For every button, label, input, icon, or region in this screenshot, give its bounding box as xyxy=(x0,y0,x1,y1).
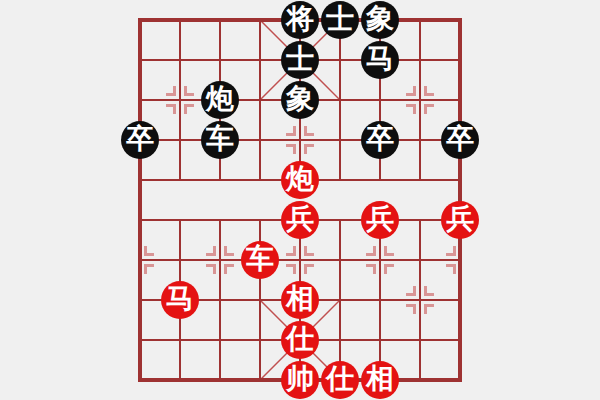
piece-red-general[interactable]: 帅 xyxy=(281,361,319,399)
piece-red-soldier[interactable]: 兵 xyxy=(361,201,399,239)
piece-red-cannon[interactable]: 炮 xyxy=(281,161,319,199)
piece-black-cannon[interactable]: 炮 xyxy=(201,81,239,119)
board-gridline-vertical xyxy=(419,20,421,181)
piece-black-chariot[interactable]: 车 xyxy=(201,121,239,159)
piece-glyph: 车 xyxy=(206,125,234,153)
point-marker xyxy=(304,144,314,154)
point-marker xyxy=(446,264,456,274)
piece-glyph: 车 xyxy=(246,245,274,273)
point-marker xyxy=(286,264,296,274)
piece-glyph: 兵 xyxy=(286,205,314,233)
point-marker xyxy=(406,104,416,114)
piece-red-chariot[interactable]: 车 xyxy=(241,241,279,279)
piece-black-advisor[interactable]: 士 xyxy=(281,41,319,79)
point-marker xyxy=(166,104,176,114)
piece-glyph: 仕 xyxy=(286,325,314,353)
point-marker xyxy=(144,264,154,274)
point-marker xyxy=(184,104,194,114)
point-marker xyxy=(446,246,456,256)
point-marker xyxy=(166,86,176,96)
piece-red-soldier[interactable]: 兵 xyxy=(441,201,479,239)
point-marker xyxy=(424,286,434,296)
point-marker xyxy=(286,126,296,136)
piece-black-advisor[interactable]: 士 xyxy=(321,1,359,39)
piece-glyph: 象 xyxy=(366,5,394,33)
piece-glyph: 帅 xyxy=(286,365,314,393)
piece-black-soldier[interactable]: 卒 xyxy=(361,121,399,159)
point-marker xyxy=(304,126,314,136)
point-marker xyxy=(304,264,314,274)
point-marker xyxy=(304,246,314,256)
xiangqi-board[interactable]: 将士象士马炮象卒车卒卒炮兵兵兵车马相仕帅仕相 xyxy=(140,20,460,380)
point-marker xyxy=(206,246,216,256)
piece-glyph: 将 xyxy=(286,5,314,33)
point-marker xyxy=(424,304,434,314)
piece-glyph: 士 xyxy=(286,45,314,73)
board-gridline-vertical xyxy=(339,20,341,181)
point-marker xyxy=(406,286,416,296)
piece-glyph: 象 xyxy=(286,85,314,113)
point-marker xyxy=(286,246,296,256)
piece-black-elephant[interactable]: 象 xyxy=(281,81,319,119)
piece-glyph: 卒 xyxy=(126,125,154,153)
piece-red-soldier[interactable]: 兵 xyxy=(281,201,319,239)
piece-glyph: 士 xyxy=(326,5,354,33)
point-marker xyxy=(224,246,234,256)
board-gridline-vertical xyxy=(379,219,381,380)
board-gridline-vertical xyxy=(219,219,221,380)
piece-glyph: 马 xyxy=(366,45,394,73)
point-marker xyxy=(384,264,394,274)
point-marker xyxy=(286,144,296,154)
point-marker xyxy=(224,264,234,274)
piece-glyph: 炮 xyxy=(286,165,314,193)
point-marker xyxy=(424,104,434,114)
piece-glyph: 卒 xyxy=(446,125,474,153)
point-marker xyxy=(206,264,216,274)
point-marker xyxy=(366,264,376,274)
piece-glyph: 仕 xyxy=(326,365,354,393)
piece-glyph: 相 xyxy=(366,365,394,393)
piece-black-soldier[interactable]: 卒 xyxy=(121,121,159,159)
piece-black-horse[interactable]: 马 xyxy=(361,41,399,79)
piece-red-elephant[interactable]: 相 xyxy=(361,361,399,399)
piece-red-elephant[interactable]: 相 xyxy=(281,281,319,319)
point-marker xyxy=(366,246,376,256)
piece-glyph: 兵 xyxy=(446,205,474,233)
point-marker xyxy=(406,304,416,314)
board-gridline-vertical xyxy=(259,20,261,181)
board-gridline-vertical xyxy=(339,219,341,380)
piece-black-general[interactable]: 将 xyxy=(281,1,319,39)
point-marker xyxy=(184,86,194,96)
xiangqi-app: 将士象士马炮象卒车卒卒炮兵兵兵车马相仕帅仕相 xyxy=(0,0,600,400)
piece-glyph: 炮 xyxy=(206,85,234,113)
point-marker xyxy=(384,246,394,256)
piece-black-elephant[interactable]: 象 xyxy=(361,1,399,39)
piece-red-horse[interactable]: 马 xyxy=(161,281,199,319)
piece-red-advisor[interactable]: 仕 xyxy=(321,361,359,399)
piece-glyph: 马 xyxy=(166,285,194,313)
piece-black-soldier[interactable]: 卒 xyxy=(441,121,479,159)
point-marker xyxy=(424,86,434,96)
piece-glyph: 卒 xyxy=(366,125,394,153)
point-marker xyxy=(406,86,416,96)
board-gridline-vertical xyxy=(179,20,181,181)
piece-red-advisor[interactable]: 仕 xyxy=(281,321,319,359)
piece-glyph: 相 xyxy=(286,285,314,313)
board-gridline-vertical xyxy=(419,219,421,380)
piece-glyph: 兵 xyxy=(366,205,394,233)
point-marker xyxy=(144,246,154,256)
